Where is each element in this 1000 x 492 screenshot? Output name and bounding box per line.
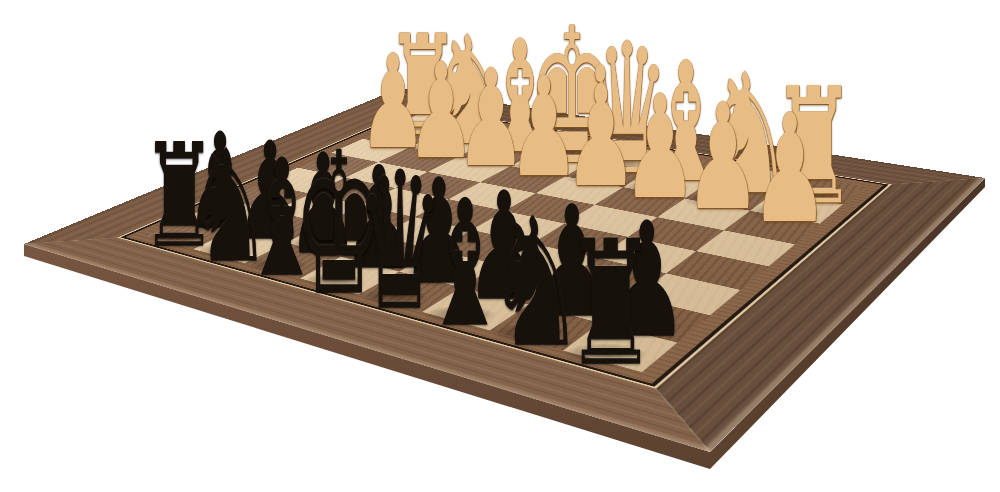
- white-pawn: ♟: [751, 94, 829, 245]
- chess-set-photo: ♜♞♝♛♚♝♞♜♟♟♟♟♟♟♟♟♟♟♟♟♟♟♟♟♜♞♝♛♚♝♞♜: [0, 0, 1000, 492]
- black-rook: ♜: [565, 218, 658, 390]
- pieces-layer: ♜♞♝♛♚♝♞♜♟♟♟♟♟♟♟♟♟♟♟♟♟♟♟♟♜♞♝♛♚♝♞♜: [0, 0, 1000, 492]
